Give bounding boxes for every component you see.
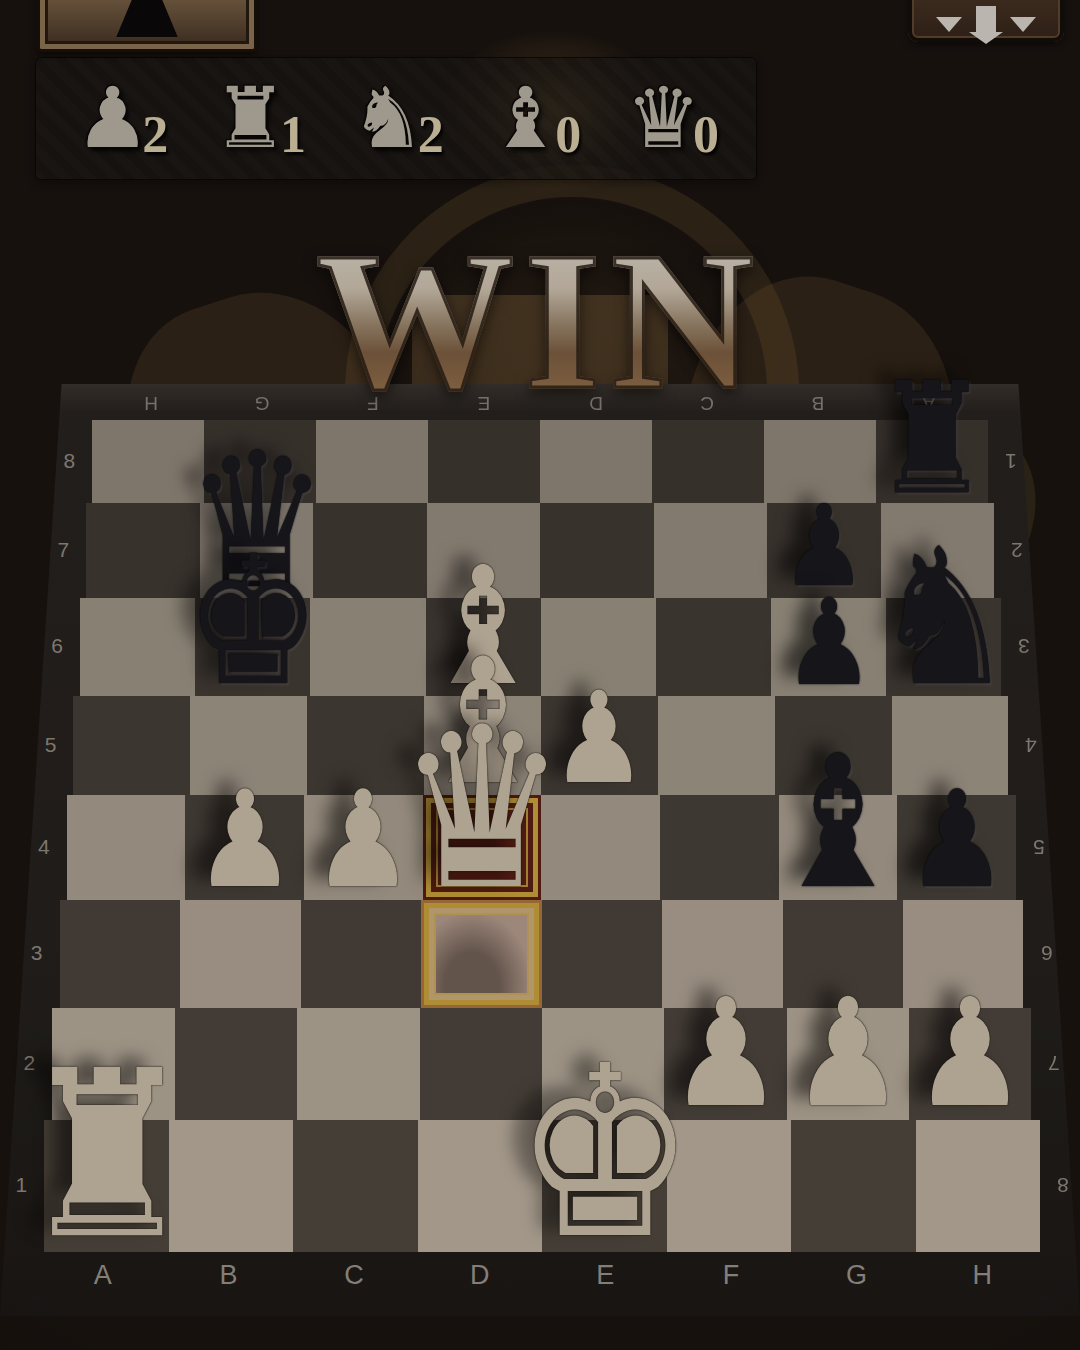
game-screen: 8172635445362718HAGBFCEDDECFBGAH ♜♛♟♚♝♟♞… bbox=[0, 0, 1080, 1350]
chevron-down-icon bbox=[936, 17, 962, 32]
tray-toggle-button[interactable] bbox=[908, 0, 1064, 42]
black-king-b6[interactable]: ♚ bbox=[159, 532, 346, 711]
captured-pieces-tray: ♟ 2 ♜ 1 ♞ 2 ♝ 0 ♛ 0 bbox=[35, 57, 757, 180]
opponent-captured-tray-plaque bbox=[37, 0, 257, 52]
captured-pawn-count: 2 bbox=[142, 112, 168, 159]
chevron-down-icon bbox=[1010, 17, 1036, 32]
pieces-layer: ♜♛♟♚♝♟♞♝♟♟♟♛♝♟♟♟♟♜♚ bbox=[0, 0, 1080, 1350]
pawn-icon: ♟ bbox=[75, 79, 150, 159]
captured-pawns: ♟ 2 bbox=[75, 79, 168, 159]
rook-icon: ♜ bbox=[213, 79, 288, 159]
queen-icon: ♛ bbox=[626, 79, 701, 159]
black-knight-h6[interactable]: ♞ bbox=[850, 524, 1037, 713]
white-rook-a1[interactable]: ♜ bbox=[13, 1040, 200, 1270]
black-piece-silhouette bbox=[99, 0, 195, 37]
captured-knights: ♞ 2 bbox=[350, 79, 443, 159]
captured-rooks: ♜ 1 bbox=[213, 79, 306, 159]
captured-rook-count: 1 bbox=[280, 112, 306, 159]
white-queen-d4[interactable]: ♛ bbox=[388, 698, 575, 921]
black-pawn-h4[interactable]: ♟ bbox=[863, 773, 1050, 907]
white-king-e1[interactable]: ♚ bbox=[511, 1035, 698, 1272]
captured-knight-count: 2 bbox=[418, 112, 444, 159]
captured-queens: ♛ 0 bbox=[626, 79, 719, 159]
arrow-down-icon bbox=[976, 6, 996, 32]
white-pawn-h2[interactable]: ♟ bbox=[877, 979, 1064, 1129]
knight-icon: ♞ bbox=[350, 79, 425, 159]
captured-queen-count: 0 bbox=[693, 112, 719, 159]
bishop-icon: ♝ bbox=[488, 79, 563, 159]
captured-bishops: ♝ 0 bbox=[488, 79, 581, 159]
captured-bishop-count: 0 bbox=[555, 112, 581, 159]
